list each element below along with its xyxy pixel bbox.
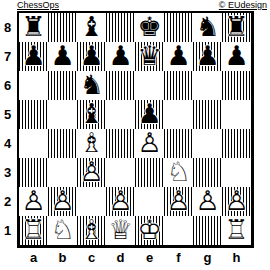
rank-label-2: 2 [0, 187, 15, 216]
black-bishop: ♝ [77, 100, 106, 129]
white-pawn-fill: ♟ [106, 187, 135, 216]
white-queen: ♕ [106, 216, 135, 245]
file-label-f: f [164, 250, 193, 266]
copyright-label: © EUdesign [219, 0, 267, 10]
white-pawn: ♙ [19, 187, 48, 216]
white-king: ♔ [135, 216, 164, 245]
square-g1[interactable] [193, 216, 222, 245]
square-f6[interactable] [164, 71, 193, 100]
square-f7[interactable]: ♟ [164, 42, 193, 71]
white-knight: ♘ [48, 216, 77, 245]
square-b2[interactable]: ♟♙ [48, 187, 77, 216]
white-pawn-fill: ♟ [19, 187, 48, 216]
black-pawn: ♟ [48, 42, 77, 71]
square-h4[interactable] [222, 129, 251, 158]
square-e1[interactable]: ♚♔ [135, 216, 164, 245]
square-b4[interactable] [48, 129, 77, 158]
square-f8[interactable] [164, 13, 193, 42]
square-h5[interactable] [222, 100, 251, 129]
square-g7[interactable]: ♟ [193, 42, 222, 71]
file-label-c: c [77, 250, 106, 266]
square-e7[interactable]: ♛ [135, 42, 164, 71]
file-label-d: d [106, 250, 135, 266]
file-label-h: h [222, 250, 251, 266]
black-pawn: ♟ [193, 42, 222, 71]
white-pawn-fill: ♟ [135, 129, 164, 158]
square-g3[interactable] [193, 158, 222, 187]
square-c3[interactable]: ♟♙ [77, 158, 106, 187]
black-bishop: ♝ [77, 13, 106, 42]
black-pawn: ♟ [106, 42, 135, 71]
chess-board: ♜♝♚♞♜♟♟♟♟♛♟♟♟♞♝♟♝♗♟♙♟♙♞♘♟♙♟♙♟♙♟♙♟♙♟♙♜♖♞♘… [17, 11, 254, 248]
square-d7[interactable]: ♟ [106, 42, 135, 71]
square-f5[interactable] [164, 100, 193, 129]
black-pawn: ♟ [19, 42, 48, 71]
square-c2[interactable] [77, 187, 106, 216]
square-g8[interactable]: ♞ [193, 13, 222, 42]
square-b1[interactable]: ♞♘ [48, 216, 77, 245]
square-a1[interactable]: ♜♖ [19, 216, 48, 245]
rank-label-5: 5 [0, 100, 15, 129]
white-pawn-fill: ♟ [77, 158, 106, 187]
white-pawn: ♙ [135, 129, 164, 158]
square-g5[interactable] [193, 100, 222, 129]
square-a3[interactable] [19, 158, 48, 187]
square-c8[interactable]: ♝ [77, 13, 106, 42]
square-h7[interactable]: ♟ [222, 42, 251, 71]
square-d1[interactable]: ♛♕ [106, 216, 135, 245]
square-a6[interactable] [19, 71, 48, 100]
white-pawn-fill: ♟ [164, 187, 193, 216]
white-pawn-fill: ♟ [48, 187, 77, 216]
white-knight-fill: ♞ [48, 216, 77, 245]
white-pawn: ♙ [106, 187, 135, 216]
chessops-diagram: ChessOps © EUdesign 87654321 ♜♝♚♞♜♟♟♟♟♛♟… [0, 0, 270, 270]
black-pawn: ♟ [77, 42, 106, 71]
white-bishop: ♗ [77, 216, 106, 245]
white-pawn: ♙ [222, 187, 251, 216]
square-f4[interactable] [164, 129, 193, 158]
square-e5[interactable]: ♟ [135, 100, 164, 129]
square-d5[interactable] [106, 100, 135, 129]
rank-label-7: 7 [0, 42, 15, 71]
square-d2[interactable]: ♟♙ [106, 187, 135, 216]
square-h8[interactable]: ♜ [222, 13, 251, 42]
square-b7[interactable]: ♟ [48, 42, 77, 71]
square-a4[interactable] [19, 129, 48, 158]
square-a5[interactable] [19, 100, 48, 129]
black-queen: ♛ [135, 42, 164, 71]
white-rook-fill: ♜ [222, 216, 251, 245]
rank-label-3: 3 [0, 158, 15, 187]
square-e8[interactable]: ♚ [135, 13, 164, 42]
header-bar: ChessOps © EUdesign [17, 0, 267, 10]
file-label-a: a [19, 250, 48, 266]
square-g6[interactable] [193, 71, 222, 100]
file-labels: abcdefgh [19, 250, 251, 266]
square-c7[interactable]: ♟ [77, 42, 106, 71]
square-b6[interactable] [48, 71, 77, 100]
black-rook: ♜ [222, 13, 251, 42]
square-c5[interactable]: ♝ [77, 100, 106, 129]
white-rook: ♖ [19, 216, 48, 245]
square-f3[interactable]: ♞♘ [164, 158, 193, 187]
square-e6[interactable] [135, 71, 164, 100]
black-king: ♚ [135, 13, 164, 42]
white-pawn: ♙ [193, 187, 222, 216]
black-rook: ♜ [19, 13, 48, 42]
square-a7[interactable]: ♟ [19, 42, 48, 71]
square-b3[interactable] [48, 158, 77, 187]
square-d8[interactable] [106, 13, 135, 42]
white-pawn: ♙ [77, 158, 106, 187]
square-b5[interactable] [48, 100, 77, 129]
square-a8[interactable]: ♜ [19, 13, 48, 42]
square-e3[interactable] [135, 158, 164, 187]
file-label-e: e [135, 250, 164, 266]
white-knight-fill: ♞ [164, 158, 193, 187]
square-d3[interactable] [106, 158, 135, 187]
black-pawn: ♟ [164, 42, 193, 71]
square-h1[interactable]: ♜♖ [222, 216, 251, 245]
square-h3[interactable] [222, 158, 251, 187]
square-d4[interactable] [106, 129, 135, 158]
white-bishop-fill: ♝ [77, 216, 106, 245]
white-pawn-fill: ♟ [193, 187, 222, 216]
square-e4[interactable]: ♟♙ [135, 129, 164, 158]
square-h6[interactable] [222, 71, 251, 100]
square-h2[interactable]: ♟♙ [222, 187, 251, 216]
rank-label-8: 8 [0, 13, 15, 42]
rank-label-4: 4 [0, 129, 15, 158]
white-queen-fill: ♛ [106, 216, 135, 245]
square-d6[interactable] [106, 71, 135, 100]
white-rook-fill: ♜ [19, 216, 48, 245]
white-bishop: ♗ [77, 129, 106, 158]
black-pawn: ♟ [222, 42, 251, 71]
rank-labels: 87654321 [0, 13, 15, 245]
square-a2[interactable]: ♟♙ [19, 187, 48, 216]
square-e2[interactable] [135, 187, 164, 216]
file-label-b: b [48, 250, 77, 266]
white-bishop-fill: ♝ [77, 129, 106, 158]
square-f1[interactable] [164, 216, 193, 245]
square-c1[interactable]: ♝♗ [77, 216, 106, 245]
rank-label-1: 1 [0, 216, 15, 245]
square-b8[interactable] [48, 13, 77, 42]
white-knight: ♘ [164, 158, 193, 187]
file-label-g: g [193, 250, 222, 266]
white-king-fill: ♚ [135, 216, 164, 245]
white-pawn-fill: ♟ [222, 187, 251, 216]
square-f2[interactable]: ♟♙ [164, 187, 193, 216]
square-c6[interactable]: ♞ [77, 71, 106, 100]
black-pawn: ♟ [135, 100, 164, 129]
black-knight: ♞ [193, 13, 222, 42]
white-pawn: ♙ [164, 187, 193, 216]
white-pawn: ♙ [48, 187, 77, 216]
square-g4[interactable] [193, 129, 222, 158]
square-c4[interactable]: ♝♗ [77, 129, 106, 158]
rank-label-6: 6 [0, 71, 15, 100]
black-knight: ♞ [77, 71, 106, 100]
square-g2[interactable]: ♟♙ [193, 187, 222, 216]
white-rook: ♖ [222, 216, 251, 245]
app-title: ChessOps [17, 0, 59, 10]
